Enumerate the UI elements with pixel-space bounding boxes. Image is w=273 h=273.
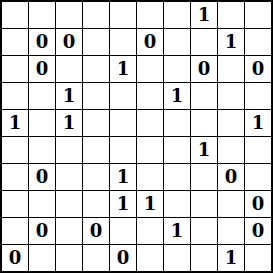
cell-r1c10[interactable] (245, 2, 271, 28)
cell-r5c1: 1 (2, 110, 28, 136)
cell-r1c3[interactable] (56, 2, 82, 28)
cell-r1c9[interactable] (218, 2, 244, 28)
cell-r3c8: 0 (191, 56, 217, 82)
cell-r7c2: 0 (29, 164, 55, 190)
cell-r5c2[interactable] (29, 110, 55, 136)
cell-r8c1[interactable] (2, 191, 28, 217)
cell-r2c4[interactable] (83, 29, 109, 55)
cell-r1c4[interactable] (83, 2, 109, 28)
cell-r6c10[interactable] (245, 137, 271, 163)
cell-r5c6[interactable] (137, 110, 163, 136)
cell-r3c6[interactable] (137, 56, 163, 82)
cell-r9c1[interactable] (2, 218, 28, 244)
cell-r10c9: 1 (218, 245, 244, 271)
cell-r8c7[interactable] (164, 191, 190, 217)
cell-r2c8[interactable] (191, 29, 217, 55)
cell-r5c9[interactable] (218, 110, 244, 136)
cell-r3c10: 0 (245, 56, 271, 82)
cell-r3c4[interactable] (83, 56, 109, 82)
cell-r2c3: 0 (56, 29, 82, 55)
cell-r9c10: 0 (245, 218, 271, 244)
cell-r7c3[interactable] (56, 164, 82, 190)
cell-r10c1: 0 (2, 245, 28, 271)
cell-r8c5: 1 (110, 191, 136, 217)
cell-r7c5: 1 (110, 164, 136, 190)
cell-r8c6: 1 (137, 191, 163, 217)
cell-r5c8[interactable] (191, 110, 217, 136)
cell-r7c7[interactable] (164, 164, 190, 190)
cell-r6c3[interactable] (56, 137, 82, 163)
cell-r2c10[interactable] (245, 29, 271, 55)
cell-r3c9[interactable] (218, 56, 244, 82)
cell-r1c5[interactable] (110, 2, 136, 28)
cell-r10c3[interactable] (56, 245, 82, 271)
cell-r4c5[interactable] (110, 83, 136, 109)
cell-r6c2[interactable] (29, 137, 55, 163)
cell-r9c9[interactable] (218, 218, 244, 244)
cell-r4c8[interactable] (191, 83, 217, 109)
cell-r2c7[interactable] (164, 29, 190, 55)
cell-r3c2: 0 (29, 56, 55, 82)
cell-r3c5: 1 (110, 56, 136, 82)
cell-r1c6[interactable] (137, 2, 163, 28)
cell-r4c7: 1 (164, 83, 190, 109)
cell-r10c2[interactable] (29, 245, 55, 271)
cell-r4c10[interactable] (245, 83, 271, 109)
cell-r4c1[interactable] (2, 83, 28, 109)
cell-r6c9[interactable] (218, 137, 244, 163)
cell-r7c8[interactable] (191, 164, 217, 190)
cell-r1c8: 1 (191, 2, 217, 28)
cell-r6c6[interactable] (137, 137, 163, 163)
cell-r8c3[interactable] (56, 191, 82, 217)
cell-r5c5[interactable] (110, 110, 136, 136)
cell-r5c4[interactable] (83, 110, 109, 136)
cell-r2c1[interactable] (2, 29, 28, 55)
cell-r2c6: 0 (137, 29, 163, 55)
cell-r1c7[interactable] (164, 2, 190, 28)
cell-r6c7[interactable] (164, 137, 190, 163)
cell-r6c1[interactable] (2, 137, 28, 163)
cell-r4c6[interactable] (137, 83, 163, 109)
cell-r9c5[interactable] (110, 218, 136, 244)
cell-r10c7[interactable] (164, 245, 190, 271)
cell-r5c10: 1 (245, 110, 271, 136)
cell-r6c4[interactable] (83, 137, 109, 163)
cell-r2c9: 1 (218, 29, 244, 55)
cell-r3c3[interactable] (56, 56, 82, 82)
cell-r9c4: 0 (83, 218, 109, 244)
cell-r8c2[interactable] (29, 191, 55, 217)
cell-r8c4[interactable] (83, 191, 109, 217)
cell-r4c2[interactable] (29, 83, 55, 109)
cell-r8c10: 0 (245, 191, 271, 217)
cell-r5c7[interactable] (164, 110, 190, 136)
cell-r9c8[interactable] (191, 218, 217, 244)
cell-r8c8[interactable] (191, 191, 217, 217)
cell-r9c3[interactable] (56, 218, 82, 244)
cell-r9c2: 0 (29, 218, 55, 244)
cell-r7c4[interactable] (83, 164, 109, 190)
cell-r2c2: 0 (29, 29, 55, 55)
cell-r7c9: 0 (218, 164, 244, 190)
cell-r9c7: 1 (164, 218, 190, 244)
cell-r10c8[interactable] (191, 245, 217, 271)
cell-r4c3: 1 (56, 83, 82, 109)
cell-r9c6[interactable] (137, 218, 163, 244)
cell-r4c4[interactable] (83, 83, 109, 109)
cell-r6c5[interactable] (110, 137, 136, 163)
cell-r7c10[interactable] (245, 164, 271, 190)
cell-r6c8: 1 (191, 137, 217, 163)
cell-r4c9[interactable] (218, 83, 244, 109)
cell-r3c7[interactable] (164, 56, 190, 82)
cell-r10c5: 0 (110, 245, 136, 271)
cell-r5c3: 1 (56, 110, 82, 136)
cell-r7c1[interactable] (2, 164, 28, 190)
cell-r3c1[interactable] (2, 56, 28, 82)
cell-r2c5[interactable] (110, 29, 136, 55)
puzzle-area: 1000101001111110101100010001 (0, 0, 273, 273)
cell-r10c4[interactable] (83, 245, 109, 271)
cell-r10c10[interactable] (245, 245, 271, 271)
cell-r10c6[interactable] (137, 245, 163, 271)
cell-r8c9[interactable] (218, 191, 244, 217)
cell-r1c2[interactable] (29, 2, 55, 28)
board: 1000101001111110101100010001 (0, 0, 273, 273)
cell-r7c6[interactable] (137, 164, 163, 190)
cell-r1c1[interactable] (2, 2, 28, 28)
